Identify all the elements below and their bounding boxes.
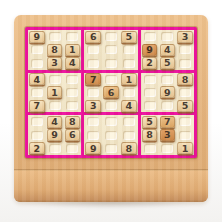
empty-slot bbox=[49, 75, 61, 84]
tile-1[interactable]: 1 bbox=[65, 44, 81, 56]
block-3-2: 98 bbox=[84, 115, 137, 155]
empty-slot bbox=[161, 32, 173, 41]
tile-2[interactable]: 2 bbox=[142, 57, 158, 69]
cell-r1c5[interactable] bbox=[102, 30, 120, 43]
cell-r6c4[interactable]: 3 bbox=[84, 99, 102, 112]
cell-r6c5[interactable] bbox=[102, 99, 120, 112]
empty-slot bbox=[31, 117, 43, 126]
tile-8[interactable]: 8 bbox=[142, 129, 158, 141]
box-lid: 98134653942541771634895489629857831 bbox=[14, 15, 208, 169]
cell-r3c6[interactable] bbox=[120, 56, 138, 69]
tile-5[interactable]: 5 bbox=[177, 100, 193, 112]
cell-r4c9[interactable]: 8 bbox=[176, 73, 194, 86]
tile-6[interactable]: 6 bbox=[85, 31, 101, 43]
cell-r8c1[interactable] bbox=[28, 129, 46, 142]
empty-slot bbox=[31, 59, 43, 68]
cell-r4c6[interactable]: 1 bbox=[120, 73, 138, 86]
empty-slot bbox=[105, 59, 117, 68]
empty-slot bbox=[105, 101, 117, 110]
cell-r8c4[interactable] bbox=[84, 129, 102, 142]
tile-9[interactable]: 9 bbox=[29, 31, 45, 43]
cell-r1c1[interactable]: 9 bbox=[28, 30, 46, 43]
cell-r2c5[interactable] bbox=[102, 43, 120, 56]
tile-8[interactable]: 8 bbox=[47, 44, 63, 56]
tile-8[interactable]: 8 bbox=[121, 142, 137, 154]
empty-slot bbox=[66, 101, 78, 110]
cell-r6c6[interactable]: 4 bbox=[120, 99, 138, 112]
block-1-3: 39425 bbox=[141, 30, 194, 70]
empty-slot bbox=[123, 59, 135, 68]
cell-r7c9[interactable] bbox=[176, 115, 194, 128]
block-3-1: 48962 bbox=[28, 115, 81, 155]
cell-r2c9[interactable] bbox=[176, 43, 194, 56]
empty-slot bbox=[179, 117, 191, 126]
cell-r1c4[interactable]: 6 bbox=[84, 30, 102, 43]
tile-9[interactable]: 9 bbox=[142, 44, 158, 56]
cell-r3c7[interactable]: 2 bbox=[141, 56, 159, 69]
cell-r4c2[interactable] bbox=[46, 73, 64, 86]
empty-slot bbox=[31, 45, 43, 54]
cell-r8c6[interactable] bbox=[120, 129, 138, 142]
cell-r3c9[interactable] bbox=[176, 56, 194, 69]
empty-slot bbox=[179, 59, 191, 68]
empty-slot bbox=[66, 88, 78, 97]
tile-5[interactable]: 5 bbox=[160, 57, 176, 69]
cell-r1c3[interactable] bbox=[64, 30, 82, 43]
cell-r3c4[interactable] bbox=[84, 56, 102, 69]
empty-slot bbox=[49, 144, 61, 153]
empty-slot bbox=[87, 131, 99, 140]
tile-1[interactable]: 1 bbox=[177, 142, 193, 154]
sudoku-board: 98134653942541771634895489629857831 bbox=[25, 27, 197, 158]
cell-r3c5[interactable] bbox=[102, 56, 120, 69]
cell-r8c9[interactable] bbox=[176, 129, 194, 142]
empty-slot bbox=[87, 88, 99, 97]
cell-r5c3[interactable] bbox=[64, 86, 82, 99]
cell-r2c7[interactable]: 9 bbox=[141, 43, 159, 56]
empty-slot bbox=[31, 88, 43, 97]
empty-slot bbox=[144, 144, 156, 153]
cell-r4c3[interactable] bbox=[64, 73, 82, 86]
cell-r7c6[interactable] bbox=[120, 115, 138, 128]
empty-slot bbox=[87, 117, 99, 126]
empty-slot bbox=[105, 131, 117, 140]
empty-slot bbox=[179, 45, 191, 54]
cell-r9c7[interactable] bbox=[141, 142, 159, 155]
cell-r1c2[interactable] bbox=[46, 30, 64, 43]
cell-r6c9[interactable]: 5 bbox=[176, 99, 194, 112]
empty-slot bbox=[105, 32, 117, 41]
empty-slot bbox=[144, 75, 156, 84]
empty-slot bbox=[105, 75, 117, 84]
cell-r7c2[interactable]: 4 bbox=[46, 115, 64, 128]
cell-r1c6[interactable]: 5 bbox=[120, 30, 138, 43]
empty-slot bbox=[105, 45, 117, 54]
tile-3[interactable]: 3 bbox=[177, 31, 193, 43]
tile-3[interactable]: 3 bbox=[47, 57, 63, 69]
wooden-sudoku-box: 98134653942541771634895489629857831 bbox=[14, 15, 208, 202]
cell-r2c2[interactable]: 8 bbox=[46, 43, 64, 56]
block-2-2: 71634 bbox=[84, 73, 137, 113]
cell-r6c2[interactable] bbox=[46, 99, 64, 112]
cell-r1c8[interactable] bbox=[158, 30, 176, 43]
cell-r3c1[interactable] bbox=[28, 56, 46, 69]
box-front bbox=[14, 171, 208, 202]
tile-7[interactable]: 7 bbox=[160, 116, 176, 128]
cell-r7c1[interactable] bbox=[28, 115, 46, 128]
block-2-3: 895 bbox=[141, 73, 194, 113]
tile-2[interactable]: 2 bbox=[29, 142, 45, 154]
cell-r9c4[interactable]: 9 bbox=[84, 142, 102, 155]
empty-slot bbox=[144, 32, 156, 41]
cell-r8c8[interactable]: 3 bbox=[158, 129, 176, 142]
cell-r7c7[interactable]: 5 bbox=[141, 115, 159, 128]
empty-slot bbox=[123, 131, 135, 140]
cell-r2c1[interactable] bbox=[28, 43, 46, 56]
tile-9[interactable]: 9 bbox=[47, 129, 63, 141]
cell-r3c3[interactable]: 4 bbox=[64, 56, 82, 69]
cell-r9c9[interactable]: 1 bbox=[176, 142, 194, 155]
tile-7[interactable]: 7 bbox=[29, 100, 45, 112]
cell-r6c8[interactable] bbox=[158, 99, 176, 112]
cell-r5c5[interactable]: 6 bbox=[102, 86, 120, 99]
tile-1[interactable]: 1 bbox=[47, 86, 63, 98]
cell-r2c4[interactable] bbox=[84, 43, 102, 56]
empty-slot bbox=[105, 117, 117, 126]
empty-slot bbox=[87, 45, 99, 54]
tile-4[interactable]: 4 bbox=[160, 44, 176, 56]
cell-r2c6[interactable] bbox=[120, 43, 138, 56]
empty-slot bbox=[87, 59, 99, 68]
cell-r7c8[interactable]: 7 bbox=[158, 115, 176, 128]
cell-r6c1[interactable]: 7 bbox=[28, 99, 46, 112]
tile-4[interactable]: 4 bbox=[65, 57, 81, 69]
empty-slot bbox=[123, 45, 135, 54]
cell-r5c8[interactable]: 9 bbox=[158, 86, 176, 99]
tile-8[interactable]: 8 bbox=[65, 116, 81, 128]
cell-r9c2[interactable] bbox=[46, 142, 64, 155]
empty-slot bbox=[49, 32, 61, 41]
cell-r5c4[interactable] bbox=[84, 86, 102, 99]
tile-8[interactable]: 8 bbox=[177, 73, 193, 85]
cell-r4c5[interactable] bbox=[102, 73, 120, 86]
empty-slot bbox=[179, 88, 191, 97]
cell-r5c2[interactable]: 1 bbox=[46, 86, 64, 99]
cell-r3c2[interactable]: 3 bbox=[46, 56, 64, 69]
cell-r9c8[interactable] bbox=[158, 142, 176, 155]
empty-slot bbox=[105, 144, 117, 153]
tile-3[interactable]: 3 bbox=[160, 129, 176, 141]
tile-1[interactable]: 1 bbox=[121, 73, 137, 85]
tile-5[interactable]: 5 bbox=[121, 31, 137, 43]
cell-r1c9[interactable]: 3 bbox=[176, 30, 194, 43]
cell-r2c8[interactable]: 4 bbox=[158, 43, 176, 56]
empty-slot bbox=[66, 144, 78, 153]
empty-slot bbox=[31, 131, 43, 140]
cell-r6c3[interactable] bbox=[64, 99, 82, 112]
block-2-1: 417 bbox=[28, 73, 81, 113]
cell-r2c3[interactable]: 1 bbox=[64, 43, 82, 56]
block-1-1: 98134 bbox=[28, 30, 81, 70]
cell-r7c3[interactable]: 8 bbox=[64, 115, 82, 128]
tile-5[interactable]: 5 bbox=[142, 116, 158, 128]
empty-slot bbox=[123, 88, 135, 97]
empty-slot bbox=[161, 101, 173, 110]
empty-slot bbox=[144, 88, 156, 97]
cell-r9c5[interactable] bbox=[102, 142, 120, 155]
empty-slot bbox=[161, 75, 173, 84]
block-3-3: 57831 bbox=[141, 115, 194, 155]
cell-r9c1[interactable]: 2 bbox=[28, 142, 46, 155]
cell-r8c7[interactable]: 8 bbox=[141, 129, 159, 142]
tile-6[interactable]: 6 bbox=[103, 86, 119, 98]
tile-4[interactable]: 4 bbox=[29, 73, 45, 85]
tile-4[interactable]: 4 bbox=[121, 100, 137, 112]
cell-r4c4[interactable]: 7 bbox=[84, 73, 102, 86]
tile-3[interactable]: 3 bbox=[85, 100, 101, 112]
cell-r1c7[interactable] bbox=[141, 30, 159, 43]
cell-r4c8[interactable] bbox=[158, 73, 176, 86]
empty-slot bbox=[179, 131, 191, 140]
cell-r4c7[interactable] bbox=[141, 73, 159, 86]
cell-r7c4[interactable] bbox=[84, 115, 102, 128]
empty-slot bbox=[66, 32, 78, 41]
tile-7[interactable]: 7 bbox=[85, 73, 101, 85]
empty-slot bbox=[144, 101, 156, 110]
cell-r9c6[interactable]: 8 bbox=[120, 142, 138, 155]
cell-r8c2[interactable]: 9 bbox=[46, 129, 64, 142]
cell-r5c6[interactable] bbox=[120, 86, 138, 99]
cell-r4c1[interactable]: 4 bbox=[28, 73, 46, 86]
cell-r8c3[interactable]: 6 bbox=[64, 129, 82, 142]
tile-6[interactable]: 6 bbox=[65, 129, 81, 141]
product-photo: 98134653942541771634895489629857831 bbox=[0, 0, 222, 222]
empty-slot bbox=[49, 101, 61, 110]
cell-r5c9[interactable] bbox=[176, 86, 194, 99]
cell-r8c5[interactable] bbox=[102, 129, 120, 142]
cell-r6c7[interactable] bbox=[141, 99, 159, 112]
cell-r5c7[interactable] bbox=[141, 86, 159, 99]
cell-r3c8[interactable]: 5 bbox=[158, 56, 176, 69]
tile-9[interactable]: 9 bbox=[85, 142, 101, 154]
cell-r9c3[interactable] bbox=[64, 142, 82, 155]
block-1-2: 65 bbox=[84, 30, 137, 70]
tile-4[interactable]: 4 bbox=[47, 116, 63, 128]
empty-slot bbox=[161, 144, 173, 153]
empty-slot bbox=[66, 75, 78, 84]
empty-slot bbox=[123, 117, 135, 126]
tile-9[interactable]: 9 bbox=[160, 86, 176, 98]
cell-r7c5[interactable] bbox=[102, 115, 120, 128]
cell-r5c1[interactable] bbox=[28, 86, 46, 99]
